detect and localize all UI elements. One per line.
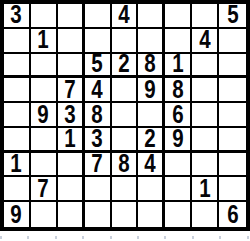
cell-r6c6[interactable]: 2 xyxy=(138,128,165,153)
cell-r5c9[interactable] xyxy=(219,103,246,128)
cell-r2c6[interactable] xyxy=(138,29,165,54)
cell-r6c1[interactable] xyxy=(4,128,31,153)
given-digit: 6 xyxy=(227,202,238,227)
cell-r3c7[interactable]: 1 xyxy=(165,54,192,79)
cell-r3c5[interactable]: 2 xyxy=(112,54,139,79)
cell-r9c2[interactable] xyxy=(31,202,58,227)
cell-r4c8[interactable] xyxy=(192,78,219,103)
cell-r6c7[interactable]: 9 xyxy=(165,128,192,153)
cell-r3c2[interactable] xyxy=(31,54,58,79)
given-digit: 8 xyxy=(172,78,183,102)
cell-r8c4[interactable] xyxy=(85,177,112,202)
given-digit: 1 xyxy=(199,177,210,201)
cell-r7c8[interactable] xyxy=(192,153,219,178)
given-digit: 7 xyxy=(64,78,75,102)
cell-r9c1[interactable]: 9 xyxy=(4,202,31,227)
given-digit: 3 xyxy=(11,4,22,28)
cell-r5c1[interactable] xyxy=(4,103,31,128)
cell-r9c5[interactable] xyxy=(112,202,139,227)
gridline-tick-artifacts xyxy=(0,236,250,239)
given-digit: 1 xyxy=(38,29,49,53)
cell-r3c1[interactable] xyxy=(4,54,31,79)
cell-r4c6[interactable]: 9 xyxy=(138,78,165,103)
sudoku-page: 34514528174989386132917847196 xyxy=(0,0,250,241)
cell-r4c7[interactable]: 8 xyxy=(165,78,192,103)
given-digit: 8 xyxy=(91,103,102,127)
given-digit: 9 xyxy=(38,103,49,127)
cell-r7c4[interactable]: 7 xyxy=(85,153,112,178)
cell-r1c4[interactable] xyxy=(85,4,112,29)
cell-r4c4[interactable]: 4 xyxy=(85,78,112,103)
cell-r2c4[interactable] xyxy=(85,29,112,54)
cell-r7c3[interactable] xyxy=(58,153,85,178)
cell-r9c9[interactable]: 6 xyxy=(219,202,246,227)
cell-r6c9[interactable] xyxy=(219,128,246,153)
given-digit: 2 xyxy=(145,128,156,152)
given-digit: 2 xyxy=(118,54,129,78)
cell-r1c6[interactable] xyxy=(138,4,165,29)
cell-r2c1[interactable] xyxy=(4,29,31,54)
given-digit: 1 xyxy=(11,153,22,177)
cell-r4c1[interactable] xyxy=(4,78,31,103)
cell-r5c6[interactable] xyxy=(138,103,165,128)
cell-r8c2[interactable]: 7 xyxy=(31,177,58,202)
cell-r7c2[interactable] xyxy=(31,153,58,178)
cell-r3c3[interactable] xyxy=(58,54,85,79)
given-digit: 4 xyxy=(199,29,210,53)
cell-r1c5[interactable]: 4 xyxy=(112,4,139,29)
cell-r9c7[interactable] xyxy=(165,202,192,227)
cell-r9c4[interactable] xyxy=(85,202,112,227)
given-digit: 8 xyxy=(118,153,129,177)
cell-r6c8[interactable] xyxy=(192,128,219,153)
cell-r8c8[interactable]: 1 xyxy=(192,177,219,202)
cell-r7c9[interactable] xyxy=(219,153,246,178)
cell-r5c5[interactable] xyxy=(112,103,139,128)
cell-r2c5[interactable] xyxy=(112,29,139,54)
cell-r1c1[interactable]: 3 xyxy=(4,4,31,29)
cell-r4c3[interactable]: 7 xyxy=(58,78,85,103)
cell-r8c3[interactable] xyxy=(58,177,85,202)
cell-r2c8[interactable]: 4 xyxy=(192,29,219,54)
cell-r3c4[interactable]: 5 xyxy=(85,54,112,79)
cell-r5c3[interactable]: 3 xyxy=(58,103,85,128)
bottom-artifact-strip xyxy=(0,231,250,241)
given-digit: 5 xyxy=(91,54,102,78)
given-digit: 4 xyxy=(145,153,156,177)
cell-r7c1[interactable]: 1 xyxy=(4,153,31,178)
cell-r2c9[interactable] xyxy=(219,29,246,54)
given-digit: 4 xyxy=(118,4,129,28)
cell-r6c3[interactable]: 1 xyxy=(58,128,85,153)
given-digit: 9 xyxy=(145,78,156,102)
given-digit: 1 xyxy=(172,54,183,78)
given-digit: 8 xyxy=(145,54,156,78)
sudoku-board: 34514528174989386132917847196 xyxy=(0,0,250,231)
cell-r4c5[interactable] xyxy=(112,78,139,103)
cell-r8c7[interactable] xyxy=(165,177,192,202)
cell-r7c7[interactable] xyxy=(165,153,192,178)
cell-r9c8[interactable] xyxy=(192,202,219,227)
cell-r1c9[interactable]: 5 xyxy=(219,4,246,29)
cell-r4c9[interactable] xyxy=(219,78,246,103)
cell-r8c9[interactable] xyxy=(219,177,246,202)
cell-r3c9[interactable] xyxy=(219,54,246,79)
cell-r2c3[interactable] xyxy=(58,29,85,54)
given-digit: 3 xyxy=(64,103,75,127)
given-digit: 6 xyxy=(172,103,183,127)
given-digit: 5 xyxy=(227,4,238,28)
cell-r9c3[interactable] xyxy=(58,202,85,227)
cell-r9c6[interactable] xyxy=(138,202,165,227)
cell-r8c5[interactable] xyxy=(112,177,139,202)
cell-r3c6[interactable]: 8 xyxy=(138,54,165,79)
cell-r6c4[interactable]: 3 xyxy=(85,128,112,153)
cell-r7c6[interactable]: 4 xyxy=(138,153,165,178)
cell-r4c2[interactable] xyxy=(31,78,58,103)
given-digit: 3 xyxy=(91,128,102,152)
cell-r5c7[interactable]: 6 xyxy=(165,103,192,128)
given-digit: 9 xyxy=(11,202,22,227)
cell-r2c2[interactable]: 1 xyxy=(31,29,58,54)
cell-r1c2[interactable] xyxy=(31,4,58,29)
cell-r3c8[interactable] xyxy=(192,54,219,79)
given-digit: 1 xyxy=(64,128,75,152)
cell-r1c8[interactable] xyxy=(192,4,219,29)
cell-r6c5[interactable] xyxy=(112,128,139,153)
cell-r7c5[interactable]: 8 xyxy=(112,153,139,178)
cell-r5c4[interactable]: 8 xyxy=(85,103,112,128)
given-digit: 7 xyxy=(38,177,49,201)
cell-r5c2[interactable]: 9 xyxy=(31,103,58,128)
given-digit: 4 xyxy=(91,78,102,102)
cell-r6c2[interactable] xyxy=(31,128,58,153)
cell-r8c1[interactable] xyxy=(4,177,31,202)
cell-r5c8[interactable] xyxy=(192,103,219,128)
cell-r1c3[interactable] xyxy=(58,4,85,29)
cell-r2c7[interactable] xyxy=(165,29,192,54)
cell-r1c7[interactable] xyxy=(165,4,192,29)
given-digit: 7 xyxy=(91,153,102,177)
given-digit: 9 xyxy=(172,128,183,152)
cell-r8c6[interactable] xyxy=(138,177,165,202)
